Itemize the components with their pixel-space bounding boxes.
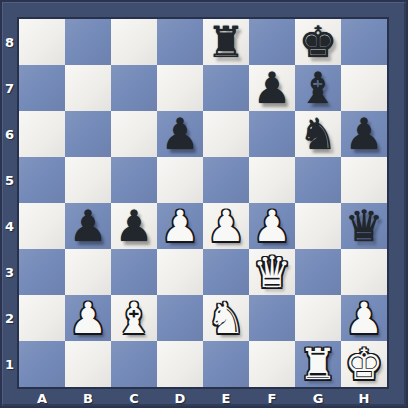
white-bishop-piece: ♝ — [115, 295, 154, 341]
black-pawn-piece: ♟ — [69, 203, 108, 249]
file-label-h: H — [341, 391, 387, 406]
square-d2[interactable] — [157, 295, 203, 341]
square-d1[interactable] — [157, 341, 203, 387]
square-d8[interactable] — [157, 19, 203, 65]
square-f6[interactable] — [249, 111, 295, 157]
black-pawn-piece: ♟ — [161, 111, 200, 157]
file-label-f: F — [249, 391, 295, 406]
chess-board-frame: ♜♚♟♝♟♞♟♟♟♟♟♟♛♛♟♝♞♟♜♚ 87654321ABCDEFGH — [0, 0, 408, 408]
black-king-piece: ♚ — [299, 19, 338, 65]
rank-label-4: 4 — [2, 203, 17, 249]
square-a1[interactable] — [19, 341, 65, 387]
square-h8[interactable] — [341, 19, 387, 65]
square-f1[interactable] — [249, 341, 295, 387]
square-h6[interactable]: ♟ — [341, 111, 387, 157]
square-f3[interactable]: ♛ — [249, 249, 295, 295]
square-e5[interactable] — [203, 157, 249, 203]
black-pawn-piece: ♟ — [115, 203, 154, 249]
square-c6[interactable] — [111, 111, 157, 157]
square-a7[interactable] — [19, 65, 65, 111]
square-f4[interactable]: ♟ — [249, 203, 295, 249]
square-b3[interactable] — [65, 249, 111, 295]
square-a6[interactable] — [19, 111, 65, 157]
black-pawn-piece: ♟ — [345, 111, 384, 157]
white-knight-piece: ♞ — [207, 295, 246, 341]
square-e2[interactable]: ♞ — [203, 295, 249, 341]
square-g8[interactable]: ♚ — [295, 19, 341, 65]
square-g6[interactable]: ♞ — [295, 111, 341, 157]
square-d6[interactable]: ♟ — [157, 111, 203, 157]
square-b6[interactable] — [65, 111, 111, 157]
square-h4[interactable]: ♛ — [341, 203, 387, 249]
square-c5[interactable] — [111, 157, 157, 203]
square-g2[interactable] — [295, 295, 341, 341]
rank-label-7: 7 — [2, 65, 17, 111]
square-f5[interactable] — [249, 157, 295, 203]
rank-label-1: 1 — [2, 341, 17, 387]
square-e4[interactable]: ♟ — [203, 203, 249, 249]
black-knight-piece: ♞ — [299, 111, 338, 157]
black-rook-piece: ♜ — [207, 19, 246, 65]
black-bishop-piece: ♝ — [299, 65, 338, 111]
square-d4[interactable]: ♟ — [157, 203, 203, 249]
square-f2[interactable] — [249, 295, 295, 341]
square-h5[interactable] — [341, 157, 387, 203]
black-queen-piece: ♛ — [345, 203, 384, 249]
square-g4[interactable] — [295, 203, 341, 249]
square-f7[interactable]: ♟ — [249, 65, 295, 111]
square-a3[interactable] — [19, 249, 65, 295]
square-c1[interactable] — [111, 341, 157, 387]
chess-board: ♜♚♟♝♟♞♟♟♟♟♟♟♛♛♟♝♞♟♜♚ — [17, 17, 389, 389]
square-c4[interactable]: ♟ — [111, 203, 157, 249]
square-e8[interactable]: ♜ — [203, 19, 249, 65]
white-pawn-piece: ♟ — [345, 295, 384, 341]
square-b8[interactable] — [65, 19, 111, 65]
square-d5[interactable] — [157, 157, 203, 203]
white-pawn-piece: ♟ — [207, 203, 246, 249]
square-a8[interactable] — [19, 19, 65, 65]
rank-label-5: 5 — [2, 157, 17, 203]
square-b7[interactable] — [65, 65, 111, 111]
file-label-c: C — [111, 391, 157, 406]
black-pawn-piece: ♟ — [253, 65, 292, 111]
white-queen-piece: ♛ — [253, 249, 292, 295]
square-g5[interactable] — [295, 157, 341, 203]
square-h7[interactable] — [341, 65, 387, 111]
file-label-d: D — [157, 391, 203, 406]
square-b4[interactable]: ♟ — [65, 203, 111, 249]
file-label-e: E — [203, 391, 249, 406]
square-g1[interactable]: ♜ — [295, 341, 341, 387]
square-c2[interactable]: ♝ — [111, 295, 157, 341]
square-a2[interactable] — [19, 295, 65, 341]
file-label-a: A — [19, 391, 65, 406]
square-h1[interactable]: ♚ — [341, 341, 387, 387]
file-label-g: G — [295, 391, 341, 406]
white-pawn-piece: ♟ — [253, 203, 292, 249]
square-c3[interactable] — [111, 249, 157, 295]
square-g7[interactable]: ♝ — [295, 65, 341, 111]
square-b1[interactable] — [65, 341, 111, 387]
square-f8[interactable] — [249, 19, 295, 65]
square-d3[interactable] — [157, 249, 203, 295]
file-label-b: B — [65, 391, 111, 406]
white-king-piece: ♚ — [345, 341, 384, 387]
square-h2[interactable]: ♟ — [341, 295, 387, 341]
square-a4[interactable] — [19, 203, 65, 249]
square-g3[interactable] — [295, 249, 341, 295]
square-a5[interactable] — [19, 157, 65, 203]
square-d7[interactable] — [157, 65, 203, 111]
white-rook-piece: ♜ — [299, 341, 338, 387]
rank-label-6: 6 — [2, 111, 17, 157]
rank-label-2: 2 — [2, 295, 17, 341]
square-e3[interactable] — [203, 249, 249, 295]
square-e6[interactable] — [203, 111, 249, 157]
square-c8[interactable] — [111, 19, 157, 65]
square-b2[interactable]: ♟ — [65, 295, 111, 341]
white-pawn-piece: ♟ — [161, 203, 200, 249]
square-e1[interactable] — [203, 341, 249, 387]
rank-label-3: 3 — [2, 249, 17, 295]
square-h3[interactable] — [341, 249, 387, 295]
square-c7[interactable] — [111, 65, 157, 111]
square-e7[interactable] — [203, 65, 249, 111]
white-pawn-piece: ♟ — [69, 295, 108, 341]
square-b5[interactable] — [65, 157, 111, 203]
rank-label-8: 8 — [2, 19, 17, 65]
